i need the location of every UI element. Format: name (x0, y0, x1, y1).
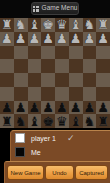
black-pawn: ♟ (1, 101, 13, 114)
black-pawn: ♟ (70, 101, 82, 114)
player-label: player 1 (31, 135, 56, 142)
game-menu-label: Game Menu (42, 5, 78, 12)
white-bishop: ♝ (70, 18, 82, 31)
black-pawn: ♟ (15, 101, 27, 114)
square-r1c5[interactable]: ♛ (55, 18, 69, 32)
square-r2c3[interactable]: ♟ (28, 32, 42, 46)
square-r4c6[interactable] (69, 59, 83, 73)
square-r2c1[interactable]: ♟ (0, 32, 14, 46)
square-r4c7[interactable] (83, 59, 97, 73)
square-r2c7[interactable]: ♟ (83, 32, 97, 46)
square-r5c3[interactable] (28, 73, 42, 87)
square-r1c2[interactable]: ♞ (14, 18, 28, 32)
square-r4c2[interactable] (14, 59, 28, 73)
square-r5c1[interactable] (0, 73, 14, 87)
black-pawn: ♟ (56, 101, 68, 114)
black-pawn: ♟ (29, 101, 41, 114)
square-r8c3[interactable]: ♝ (28, 114, 42, 128)
square-r5c2[interactable] (14, 73, 28, 87)
square-r7c7[interactable]: ♟ (83, 101, 97, 115)
square-r2c2[interactable]: ♟ (14, 32, 28, 46)
white-pawn: ♟ (42, 32, 54, 45)
square-r8c7[interactable]: ♞ (83, 114, 97, 128)
white-pawn: ♟ (15, 32, 27, 45)
square-r8c2[interactable]: ♞ (14, 114, 28, 128)
white-pawn: ♟ (97, 32, 109, 45)
square-r2c4[interactable]: ♟ (41, 32, 55, 46)
square-r2c8[interactable]: ♟ (96, 32, 110, 46)
top-bar: Game Menu (0, 0, 110, 18)
player-label: Me (31, 149, 41, 156)
square-r3c8[interactable] (96, 46, 110, 60)
black-rook: ♜ (1, 115, 13, 128)
square-r6c7[interactable] (83, 87, 97, 101)
white-queen: ♛ (56, 18, 68, 31)
square-r8c4[interactable]: ♚ (41, 114, 55, 128)
square-r2c5[interactable]: ♟ (55, 32, 69, 46)
square-r1c6[interactable]: ♝ (69, 18, 83, 32)
square-r4c4[interactable] (41, 59, 55, 73)
white-pawn: ♟ (29, 32, 41, 45)
square-r3c4[interactable] (41, 46, 55, 60)
square-r8c1[interactable]: ♜ (0, 114, 14, 128)
square-r4c3[interactable] (28, 59, 42, 73)
black-bishop: ♝ (29, 115, 41, 128)
black-pawn: ♟ (42, 101, 54, 114)
grid-menu-icon (33, 6, 39, 12)
app-screen: Game Menu ♜♞♝♚♛♝♞♜♟♟♟♟♟♟♟♟♟♟♟♟♟♟♟♟♜♞♝♚♛♝… (0, 0, 110, 183)
chess-board: ♜♞♝♚♛♝♞♜♟♟♟♟♟♟♟♟♟♟♟♟♟♟♟♟♜♞♝♚♛♝♞♜ (0, 18, 110, 128)
game-menu-button[interactable]: Game Menu (31, 2, 79, 15)
square-r1c3[interactable]: ♝ (28, 18, 42, 32)
white-knight: ♞ (84, 18, 96, 31)
white-knight: ♞ (15, 18, 27, 31)
white-rook: ♜ (97, 18, 109, 31)
white-rook: ♜ (1, 18, 13, 31)
player-row-player-1[interactable]: player 1✓ (11, 131, 110, 145)
black-king: ♚ (42, 115, 54, 128)
black-color-swatch (15, 147, 25, 157)
square-r1c4[interactable]: ♚ (41, 18, 55, 32)
square-r5c7[interactable] (83, 73, 97, 87)
square-r6c1[interactable] (0, 87, 14, 101)
square-r5c6[interactable] (69, 73, 83, 87)
square-r1c1[interactable]: ♜ (0, 18, 14, 32)
square-r8c8[interactable]: ♜ (96, 114, 110, 128)
players-panel: player 1✓Me (10, 130, 110, 161)
square-r1c8[interactable]: ♜ (96, 18, 110, 32)
black-pawn: ♟ (97, 101, 109, 114)
square-r3c5[interactable] (55, 46, 69, 60)
black-bishop: ♝ (70, 115, 82, 128)
square-r8c6[interactable]: ♝ (69, 114, 83, 128)
undo-button[interactable]: Undo (45, 165, 74, 180)
square-r6c5[interactable] (55, 87, 69, 101)
square-r7c6[interactable]: ♟ (69, 101, 83, 115)
square-r7c3[interactable]: ♟ (28, 101, 42, 115)
white-king: ♚ (42, 18, 54, 31)
square-r3c6[interactable] (69, 46, 83, 60)
square-r6c8[interactable] (96, 87, 110, 101)
square-r8c5[interactable]: ♛ (55, 114, 69, 128)
black-rook: ♜ (97, 115, 109, 128)
turn-check-icon: ✓ (67, 134, 75, 143)
white-pawn: ♟ (1, 32, 13, 45)
white-color-swatch (15, 133, 25, 143)
square-r3c2[interactable] (14, 46, 28, 60)
black-knight: ♞ (84, 115, 96, 128)
square-r3c3[interactable] (28, 46, 42, 60)
square-r4c5[interactable] (55, 59, 69, 73)
square-r7c2[interactable]: ♟ (14, 101, 28, 115)
white-bishop: ♝ (29, 18, 41, 31)
black-queen: ♛ (56, 115, 68, 128)
bottom-toolbar: New GameUndoCaptured (4, 161, 110, 183)
square-r1c7[interactable]: ♞ (83, 18, 97, 32)
square-r5c8[interactable] (96, 73, 110, 87)
square-r4c1[interactable] (0, 59, 14, 73)
new-game-button[interactable]: New Game (7, 165, 44, 180)
captured-button[interactable]: Captured (75, 165, 108, 180)
white-pawn: ♟ (84, 32, 96, 45)
square-r7c1[interactable]: ♟ (0, 101, 14, 115)
black-knight: ♞ (15, 115, 27, 128)
square-r2c6[interactable]: ♟ (69, 32, 83, 46)
player-row-me[interactable]: Me (11, 145, 110, 159)
square-r7c5[interactable]: ♟ (55, 101, 69, 115)
square-r3c7[interactable] (83, 46, 97, 60)
square-r7c8[interactable]: ♟ (96, 101, 110, 115)
square-r3c1[interactable] (0, 46, 14, 60)
square-r5c4[interactable] (41, 73, 55, 87)
square-r6c3[interactable] (28, 87, 42, 101)
square-r6c6[interactable] (69, 87, 83, 101)
black-pawn: ♟ (84, 101, 96, 114)
white-pawn: ♟ (56, 32, 68, 45)
square-r6c2[interactable] (14, 87, 28, 101)
square-r7c4[interactable]: ♟ (41, 101, 55, 115)
square-r5c5[interactable] (55, 73, 69, 87)
square-r4c8[interactable] (96, 59, 110, 73)
white-pawn: ♟ (70, 32, 82, 45)
square-r6c4[interactable] (41, 87, 55, 101)
